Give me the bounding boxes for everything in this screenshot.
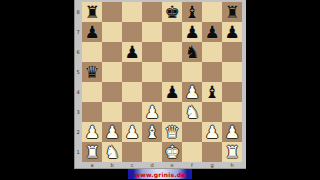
piece-bP-g7: ♟ bbox=[202, 22, 222, 42]
square-e5 bbox=[162, 62, 182, 82]
square-f8: ♝ bbox=[182, 2, 202, 22]
rank-label-1: 1 bbox=[74, 142, 82, 162]
rank-label-7: 7 bbox=[74, 22, 82, 42]
square-e7 bbox=[162, 22, 182, 42]
square-e2: ♛ bbox=[162, 122, 182, 142]
rank-label-3: 3 bbox=[74, 102, 82, 122]
file-label-f: f bbox=[182, 162, 202, 169]
square-f4: ♟ bbox=[182, 82, 202, 102]
chess-board: ♜♚♝♜♟♟♟♟♟♞♛♟♟♝♟♞♟♟♟♝♛♟♟♜♞♚♜ bbox=[82, 2, 242, 162]
square-e4: ♟ bbox=[162, 82, 182, 102]
square-g5 bbox=[202, 62, 222, 82]
square-g3 bbox=[202, 102, 222, 122]
square-e1: ♚ bbox=[162, 142, 182, 162]
square-b2: ♟ bbox=[102, 122, 122, 142]
website-url: www.grinis.de bbox=[135, 171, 186, 178]
file-label-d: d bbox=[142, 162, 162, 169]
square-h1: ♜ bbox=[222, 142, 242, 162]
piece-wB-d2: ♝ bbox=[142, 122, 162, 142]
square-d3: ♟ bbox=[142, 102, 162, 122]
file-label-g: g bbox=[202, 162, 222, 169]
rank-label-2: 2 bbox=[74, 122, 82, 142]
square-a4 bbox=[82, 82, 102, 102]
square-b7 bbox=[102, 22, 122, 42]
square-d1 bbox=[142, 142, 162, 162]
file-label-c: c bbox=[122, 162, 142, 169]
piece-wR-a1: ♜ bbox=[82, 142, 102, 162]
file-label-h: h bbox=[222, 162, 242, 169]
piece-wR-h1: ♜ bbox=[222, 142, 242, 162]
rank-labels: 87654321 bbox=[74, 2, 82, 162]
square-h7: ♟ bbox=[222, 22, 242, 42]
website-link[interactable]: www.grinis.de bbox=[128, 169, 192, 179]
square-e6 bbox=[162, 42, 182, 62]
square-h5 bbox=[222, 62, 242, 82]
square-h4 bbox=[222, 82, 242, 102]
square-d7 bbox=[142, 22, 162, 42]
square-a8: ♜ bbox=[82, 2, 102, 22]
piece-wP-a2: ♟ bbox=[82, 122, 102, 142]
square-c6: ♟ bbox=[122, 42, 142, 62]
square-f6: ♞ bbox=[182, 42, 202, 62]
square-b5 bbox=[102, 62, 122, 82]
file-label-a: a bbox=[82, 162, 102, 169]
square-b6 bbox=[102, 42, 122, 62]
square-h3 bbox=[222, 102, 242, 122]
square-d6 bbox=[142, 42, 162, 62]
piece-bQ-a5: ♛ bbox=[82, 62, 102, 82]
square-a2: ♟ bbox=[82, 122, 102, 142]
rank-label-8: 8 bbox=[74, 2, 82, 22]
piece-bN-f6: ♞ bbox=[182, 42, 202, 62]
square-c8 bbox=[122, 2, 142, 22]
piece-bP-h7: ♟ bbox=[222, 22, 242, 42]
chess-window: 87654321 ♜♚♝♜♟♟♟♟♟♞♛♟♟♝♟♞♟♟♟♝♛♟♟♜♞♚♜ abc… bbox=[74, 0, 246, 169]
square-g1 bbox=[202, 142, 222, 162]
file-labels: abcdefgh bbox=[82, 162, 242, 169]
square-b4 bbox=[102, 82, 122, 102]
square-h2: ♟ bbox=[222, 122, 242, 142]
square-g4: ♝ bbox=[202, 82, 222, 102]
piece-wP-b2: ♟ bbox=[102, 122, 122, 142]
piece-wP-g2: ♟ bbox=[202, 122, 222, 142]
rank-label-6: 6 bbox=[74, 42, 82, 62]
square-g2: ♟ bbox=[202, 122, 222, 142]
piece-bP-f7: ♟ bbox=[182, 22, 202, 42]
square-b3 bbox=[102, 102, 122, 122]
piece-wQ-e2: ♛ bbox=[162, 122, 182, 142]
square-c5 bbox=[122, 62, 142, 82]
piece-bP-a7: ♟ bbox=[82, 22, 102, 42]
file-label-b: b bbox=[102, 162, 122, 169]
square-f2 bbox=[182, 122, 202, 142]
square-c7 bbox=[122, 22, 142, 42]
square-a7: ♟ bbox=[82, 22, 102, 42]
piece-wP-f4: ♟ bbox=[182, 82, 202, 102]
square-f3: ♞ bbox=[182, 102, 202, 122]
square-c2: ♟ bbox=[122, 122, 142, 142]
square-a6 bbox=[82, 42, 102, 62]
piece-wN-f3: ♞ bbox=[182, 102, 202, 122]
square-h8: ♜ bbox=[222, 2, 242, 22]
piece-wK-e1: ♚ bbox=[162, 142, 182, 162]
rank-label-4: 4 bbox=[74, 82, 82, 102]
square-d8 bbox=[142, 2, 162, 22]
square-c1 bbox=[122, 142, 142, 162]
square-b8 bbox=[102, 2, 122, 22]
square-g7: ♟ bbox=[202, 22, 222, 42]
rank-label-5: 5 bbox=[74, 62, 82, 82]
square-d4 bbox=[142, 82, 162, 102]
square-a5: ♛ bbox=[82, 62, 102, 82]
piece-bP-c6: ♟ bbox=[122, 42, 142, 62]
piece-bR-h8: ♜ bbox=[222, 2, 242, 22]
piece-bR-a8: ♜ bbox=[82, 2, 102, 22]
piece-wP-h2: ♟ bbox=[222, 122, 242, 142]
square-f1 bbox=[182, 142, 202, 162]
piece-wP-c2: ♟ bbox=[122, 122, 142, 142]
square-g8 bbox=[202, 2, 222, 22]
square-e8: ♚ bbox=[162, 2, 182, 22]
piece-bP-e4: ♟ bbox=[162, 82, 182, 102]
piece-wN-b1: ♞ bbox=[102, 142, 122, 162]
square-a3 bbox=[82, 102, 102, 122]
square-h6 bbox=[222, 42, 242, 62]
square-a1: ♜ bbox=[82, 142, 102, 162]
square-e3 bbox=[162, 102, 182, 122]
file-label-e: e bbox=[162, 162, 182, 169]
square-d2: ♝ bbox=[142, 122, 162, 142]
square-c3 bbox=[122, 102, 142, 122]
square-f7: ♟ bbox=[182, 22, 202, 42]
square-d5 bbox=[142, 62, 162, 82]
piece-bB-f8: ♝ bbox=[182, 2, 202, 22]
square-f5 bbox=[182, 62, 202, 82]
piece-bB-g4: ♝ bbox=[202, 82, 222, 102]
square-b1: ♞ bbox=[102, 142, 122, 162]
square-c4 bbox=[122, 82, 142, 102]
piece-bK-e8: ♚ bbox=[162, 2, 182, 22]
piece-wP-d3: ♟ bbox=[142, 102, 162, 122]
square-g6 bbox=[202, 42, 222, 62]
